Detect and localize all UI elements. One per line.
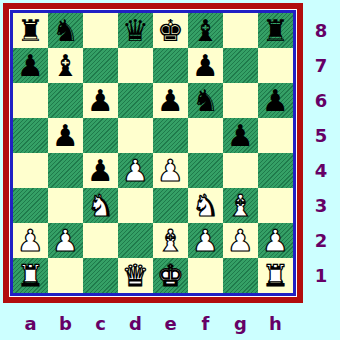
square-a6[interactable] xyxy=(13,83,48,118)
square-f5[interactable] xyxy=(188,118,223,153)
piece-black-pawn[interactable]: ♟ xyxy=(87,83,114,118)
square-b8[interactable]: ♞ xyxy=(48,13,83,48)
square-f7[interactable]: ♟ xyxy=(188,48,223,83)
piece-black-queen[interactable]: ♛ xyxy=(122,13,149,48)
square-b1[interactable] xyxy=(48,258,83,293)
piece-black-bishop[interactable]: ♝ xyxy=(52,48,79,83)
piece-white-pawn[interactable]: ♟ xyxy=(122,153,149,188)
square-e5[interactable] xyxy=(153,118,188,153)
piece-black-knight[interactable]: ♞ xyxy=(192,83,219,118)
square-c5[interactable] xyxy=(83,118,118,153)
square-g1[interactable] xyxy=(223,258,258,293)
rank-labels: 87654321 xyxy=(306,13,336,293)
rank-label-3: 3 xyxy=(306,188,336,223)
square-a8[interactable]: ♜ xyxy=(13,13,48,48)
square-h8[interactable]: ♜ xyxy=(258,13,293,48)
piece-white-pawn[interactable]: ♟ xyxy=(262,223,289,258)
square-e2[interactable]: ♝ xyxy=(153,223,188,258)
square-d3[interactable] xyxy=(118,188,153,223)
square-e4[interactable]: ♟ xyxy=(153,153,188,188)
square-h7[interactable] xyxy=(258,48,293,83)
piece-white-bishop[interactable]: ♝ xyxy=(227,188,254,223)
piece-white-knight[interactable]: ♞ xyxy=(87,188,114,223)
square-a1[interactable]: ♜ xyxy=(13,258,48,293)
piece-white-rook[interactable]: ♜ xyxy=(262,258,289,293)
square-b3[interactable] xyxy=(48,188,83,223)
piece-white-pawn[interactable]: ♟ xyxy=(192,223,219,258)
piece-white-bishop[interactable]: ♝ xyxy=(157,223,184,258)
square-a2[interactable]: ♟ xyxy=(13,223,48,258)
rank-label-7: 7 xyxy=(306,48,336,83)
file-label-a: a xyxy=(13,312,48,336)
square-b2[interactable]: ♟ xyxy=(48,223,83,258)
rank-label-8: 8 xyxy=(306,13,336,48)
square-a4[interactable] xyxy=(13,153,48,188)
piece-black-bishop[interactable]: ♝ xyxy=(192,13,219,48)
piece-white-pawn[interactable]: ♟ xyxy=(157,153,184,188)
square-d4[interactable]: ♟ xyxy=(118,153,153,188)
square-h4[interactable] xyxy=(258,153,293,188)
square-d8[interactable]: ♛ xyxy=(118,13,153,48)
square-f4[interactable] xyxy=(188,153,223,188)
square-f8[interactable]: ♝ xyxy=(188,13,223,48)
square-h5[interactable] xyxy=(258,118,293,153)
square-h3[interactable] xyxy=(258,188,293,223)
square-c3[interactable]: ♞ xyxy=(83,188,118,223)
piece-white-pawn[interactable]: ♟ xyxy=(52,223,79,258)
square-g6[interactable] xyxy=(223,83,258,118)
square-g2[interactable]: ♟ xyxy=(223,223,258,258)
square-f2[interactable]: ♟ xyxy=(188,223,223,258)
board-inner-border: ♜♞♛♚♝♜♟♝♟♟♟♞♟♟♟♟♟♟♞♞♝♟♟♝♟♟♟♜♛♚♜ xyxy=(10,10,296,296)
file-label-h: h xyxy=(258,312,293,336)
square-g4[interactable] xyxy=(223,153,258,188)
square-c8[interactable] xyxy=(83,13,118,48)
piece-black-knight[interactable]: ♞ xyxy=(52,13,79,48)
file-label-b: b xyxy=(48,312,83,336)
square-e7[interactable] xyxy=(153,48,188,83)
piece-black-pawn[interactable]: ♟ xyxy=(262,83,289,118)
square-c4[interactable]: ♟ xyxy=(83,153,118,188)
square-b6[interactable] xyxy=(48,83,83,118)
square-e1[interactable]: ♚ xyxy=(153,258,188,293)
square-g8[interactable] xyxy=(223,13,258,48)
square-g5[interactable]: ♟ xyxy=(223,118,258,153)
square-c2[interactable] xyxy=(83,223,118,258)
square-d5[interactable] xyxy=(118,118,153,153)
square-h6[interactable]: ♟ xyxy=(258,83,293,118)
square-e6[interactable]: ♟ xyxy=(153,83,188,118)
square-e3[interactable] xyxy=(153,188,188,223)
rank-label-4: 4 xyxy=(306,153,336,188)
square-f3[interactable]: ♞ xyxy=(188,188,223,223)
piece-white-king[interactable]: ♚ xyxy=(157,258,184,293)
file-labels: abcdefgh xyxy=(13,312,293,336)
square-g7[interactable] xyxy=(223,48,258,83)
file-label-f: f xyxy=(188,312,223,336)
piece-black-pawn[interactable]: ♟ xyxy=(17,48,44,83)
square-c1[interactable] xyxy=(83,258,118,293)
square-e8[interactable]: ♚ xyxy=(153,13,188,48)
square-f1[interactable] xyxy=(188,258,223,293)
square-b5[interactable]: ♟ xyxy=(48,118,83,153)
piece-white-queen[interactable]: ♛ xyxy=(122,258,149,293)
rank-label-1: 1 xyxy=(306,258,336,293)
file-label-e: e xyxy=(153,312,188,336)
square-d6[interactable] xyxy=(118,83,153,118)
file-label-c: c xyxy=(83,312,118,336)
piece-black-rook[interactable]: ♜ xyxy=(17,13,44,48)
square-d2[interactable] xyxy=(118,223,153,258)
piece-black-pawn[interactable]: ♟ xyxy=(157,83,184,118)
file-label-d: d xyxy=(118,312,153,336)
square-f6[interactable]: ♞ xyxy=(188,83,223,118)
page-background: ♜♞♛♚♝♜♟♝♟♟♟♞♟♟♟♟♟♟♞♞♝♟♟♝♟♟♟♜♛♚♜ abcdefgh… xyxy=(0,0,340,340)
square-b7[interactable]: ♝ xyxy=(48,48,83,83)
square-g3[interactable]: ♝ xyxy=(223,188,258,223)
square-d7[interactable] xyxy=(118,48,153,83)
piece-black-pawn[interactable]: ♟ xyxy=(192,48,219,83)
board-frame: ♜♞♛♚♝♜♟♝♟♟♟♞♟♟♟♟♟♟♞♞♝♟♟♝♟♟♟♜♛♚♜ xyxy=(3,3,303,303)
piece-black-pawn[interactable]: ♟ xyxy=(227,118,254,153)
piece-white-knight[interactable]: ♞ xyxy=(192,188,219,223)
square-a7[interactable]: ♟ xyxy=(13,48,48,83)
piece-black-pawn[interactable]: ♟ xyxy=(87,153,114,188)
square-h2[interactable]: ♟ xyxy=(258,223,293,258)
square-h1[interactable]: ♜ xyxy=(258,258,293,293)
square-a5[interactable] xyxy=(13,118,48,153)
piece-black-king[interactable]: ♚ xyxy=(157,13,184,48)
piece-black-pawn[interactable]: ♟ xyxy=(52,118,79,153)
piece-white-pawn[interactable]: ♟ xyxy=(227,223,254,258)
square-c6[interactable]: ♟ xyxy=(83,83,118,118)
square-d1[interactable]: ♛ xyxy=(118,258,153,293)
piece-white-pawn[interactable]: ♟ xyxy=(17,223,44,258)
square-a3[interactable] xyxy=(13,188,48,223)
rank-label-5: 5 xyxy=(306,118,336,153)
square-c7[interactable] xyxy=(83,48,118,83)
chess-board: ♜♞♛♚♝♜♟♝♟♟♟♞♟♟♟♟♟♟♞♞♝♟♟♝♟♟♟♜♛♚♜ xyxy=(13,13,293,293)
piece-black-rook[interactable]: ♜ xyxy=(262,13,289,48)
rank-label-6: 6 xyxy=(306,83,336,118)
square-b4[interactable] xyxy=(48,153,83,188)
rank-label-2: 2 xyxy=(306,223,336,258)
file-label-g: g xyxy=(223,312,258,336)
piece-white-rook[interactable]: ♜ xyxy=(17,258,44,293)
